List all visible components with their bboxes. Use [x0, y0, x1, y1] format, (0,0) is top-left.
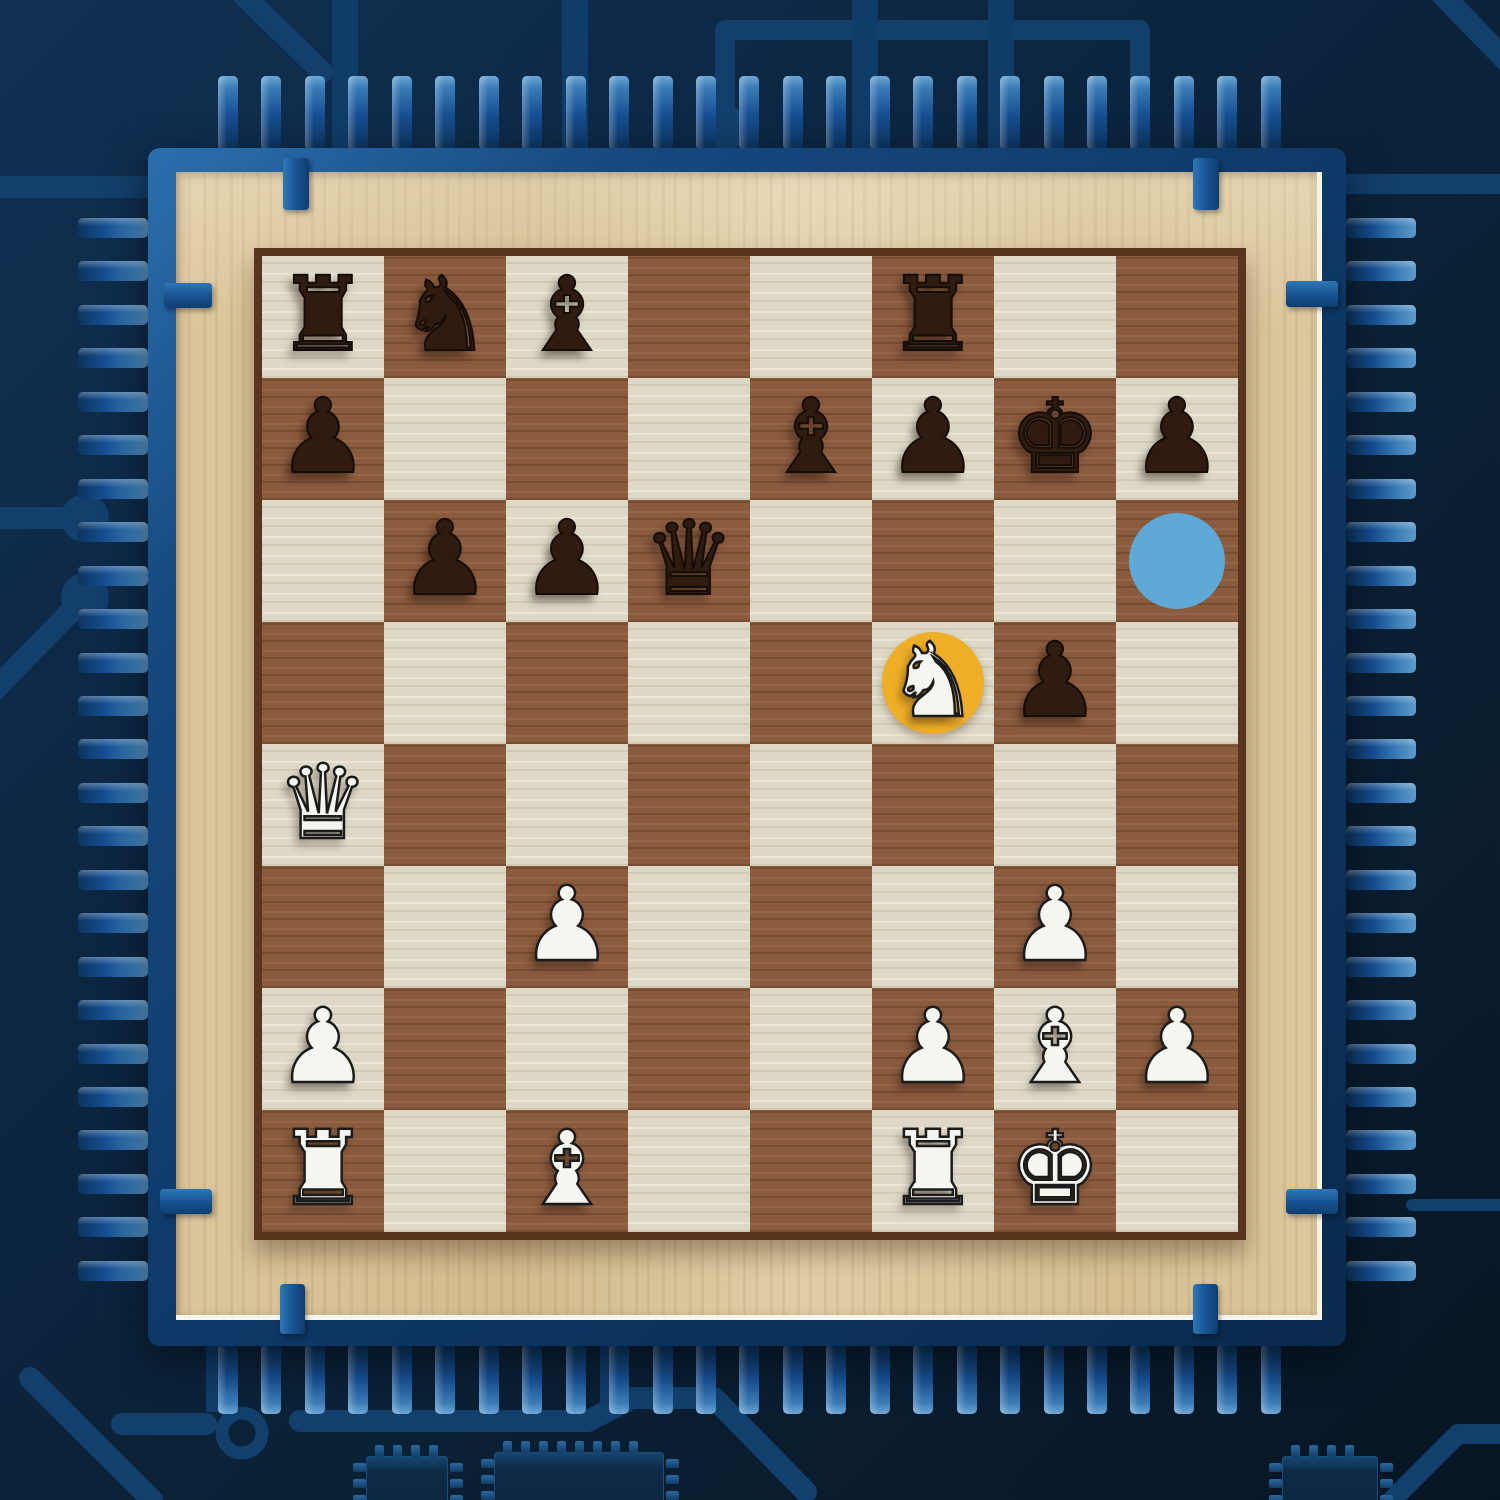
- square-f7[interactable]: ♟: [872, 378, 994, 500]
- black-rook-a8[interactable]: ♜: [262, 253, 384, 375]
- chip-pin: [1346, 913, 1416, 933]
- square-c5[interactable]: [506, 622, 628, 744]
- chip-clip-bottom-right: [1193, 1284, 1218, 1334]
- square-a8[interactable]: ♜: [262, 256, 384, 378]
- chip-clip-left-top: [164, 283, 212, 308]
- chip-pin: [1346, 348, 1416, 368]
- white-rook-a1[interactable]: ♜: [262, 1107, 384, 1229]
- chip-pin: [1346, 696, 1416, 716]
- chip-pin: [78, 653, 148, 673]
- square-a2[interactable]: ♟: [262, 988, 384, 1110]
- ic-pin: [521, 1441, 530, 1453]
- chip-pin: [1346, 957, 1416, 977]
- square-a6[interactable]: [262, 500, 384, 622]
- square-c7[interactable]: [506, 378, 628, 500]
- chip-pin: [913, 1344, 933, 1414]
- square-h8[interactable]: [1116, 256, 1238, 378]
- ic-pin: [450, 1463, 463, 1472]
- ic-pin: [539, 1441, 548, 1453]
- white-bishop-g2[interactable]: ♝: [994, 985, 1116, 1107]
- chip-pin: [78, 1174, 148, 1194]
- square-b5[interactable]: [384, 622, 506, 744]
- ic-pin: [593, 1441, 602, 1453]
- square-h2[interactable]: ♟: [1116, 988, 1238, 1110]
- chip-pin: [78, 696, 148, 716]
- chip-pin: [218, 76, 238, 150]
- chip-pin: [78, 1217, 148, 1237]
- square-g6[interactable]: [994, 500, 1116, 622]
- black-pawn-g5[interactable]: ♟: [994, 619, 1116, 741]
- chip-pin: [653, 1344, 673, 1414]
- chip-pin: [305, 1344, 325, 1414]
- chip-pin: [870, 76, 890, 150]
- white-knight-f5[interactable]: ♞: [872, 619, 994, 741]
- square-a1[interactable]: ♜: [262, 1110, 384, 1232]
- ic-pin: [575, 1441, 584, 1453]
- chip-pin: [78, 1261, 148, 1281]
- chip-pin: [739, 76, 759, 150]
- square-f6[interactable]: [872, 500, 994, 622]
- chip-pin: [261, 76, 281, 150]
- ic-pin: [666, 1491, 679, 1500]
- chip-pin: [78, 1044, 148, 1064]
- chip-pin: [913, 76, 933, 150]
- ic-pin: [1269, 1479, 1282, 1488]
- chip-pin: [1174, 1344, 1194, 1414]
- black-pawn-f7[interactable]: ♟: [872, 375, 994, 497]
- square-h7[interactable]: ♟: [1116, 378, 1238, 500]
- chip-pin: [435, 76, 455, 150]
- square-h5[interactable]: [1116, 622, 1238, 744]
- ic-pin: [1327, 1445, 1336, 1457]
- chip-pin: [1261, 1344, 1281, 1414]
- square-h6[interactable]: [1116, 500, 1238, 622]
- chip-pin: [1346, 739, 1416, 759]
- ic-pin: [481, 1459, 494, 1468]
- square-c6[interactable]: ♟: [506, 500, 628, 622]
- square-a3[interactable]: [262, 866, 384, 988]
- square-f5[interactable]: ♞: [872, 622, 994, 744]
- chip-pin: [78, 522, 148, 542]
- chip-pin: [78, 392, 148, 412]
- chip-pin: [826, 76, 846, 150]
- chip-pin: [1346, 305, 1416, 325]
- square-f2[interactable]: ♟: [872, 988, 994, 1110]
- square-g8[interactable]: [994, 256, 1116, 378]
- ic-pin: [1269, 1495, 1282, 1500]
- white-pawn-c3[interactable]: ♟: [506, 863, 628, 985]
- chip-clip-right-bottom: [1286, 1189, 1338, 1214]
- chip-pin: [1000, 76, 1020, 150]
- chip-pin: [78, 609, 148, 629]
- square-c1[interactable]: ♝: [506, 1110, 628, 1232]
- chip-pin: [1346, 1217, 1416, 1237]
- ic-pin: [353, 1495, 366, 1500]
- ic-pin: [1269, 1463, 1282, 1472]
- chip-pin: [522, 1344, 542, 1414]
- square-g2[interactable]: ♝: [994, 988, 1116, 1110]
- chip-pin: [609, 76, 629, 150]
- chip-clip-top-left: [283, 158, 309, 210]
- white-king-g1[interactable]: ♚: [994, 1107, 1116, 1229]
- chip-pin: [522, 76, 542, 150]
- square-e4[interactable]: [750, 744, 872, 866]
- ic-pin: [557, 1441, 566, 1453]
- chip-pin: [1130, 1344, 1150, 1414]
- square-e5[interactable]: [750, 622, 872, 744]
- chess-board-border: ♜♞♝♜♟♝♟♚♟♟♟♛♞♟♛♟♟♟♟♝♟♜♝♜♚: [254, 248, 1246, 1240]
- chip-pin: [1346, 870, 1416, 890]
- chip-pin: [305, 76, 325, 150]
- square-a5[interactable]: [262, 622, 384, 744]
- square-b7[interactable]: [384, 378, 506, 500]
- chip-pin: [870, 1344, 890, 1414]
- black-pawn-a7[interactable]: ♟: [262, 375, 384, 497]
- square-c8[interactable]: ♝: [506, 256, 628, 378]
- black-queen-d6[interactable]: ♛: [628, 497, 750, 619]
- chip-pin: [1346, 1174, 1416, 1194]
- ic-pin: [629, 1441, 638, 1453]
- ic-pin: [481, 1491, 494, 1500]
- white-queen-a4[interactable]: ♛: [262, 741, 384, 863]
- square-f8[interactable]: ♜: [872, 256, 994, 378]
- chip-pin: [78, 261, 148, 281]
- chip-pin: [1346, 1261, 1416, 1281]
- chip-pin: [261, 1344, 281, 1414]
- chip-pin: [1346, 522, 1416, 542]
- square-g4[interactable]: [994, 744, 1116, 866]
- chip-pin: [696, 1344, 716, 1414]
- chip-pin: [218, 1344, 238, 1414]
- black-pawn-b6[interactable]: ♟: [384, 497, 506, 619]
- square-d2[interactable]: [628, 988, 750, 1110]
- square-f3[interactable]: [872, 866, 994, 988]
- chip-pin: [78, 913, 148, 933]
- chip-pin: [739, 1344, 759, 1414]
- square-h1[interactable]: [1116, 1110, 1238, 1232]
- square-a4[interactable]: ♛: [262, 744, 384, 866]
- square-b3[interactable]: [384, 866, 506, 988]
- ic-pin: [353, 1479, 366, 1488]
- chip-clip-left-bottom: [160, 1189, 212, 1214]
- square-e6[interactable]: [750, 500, 872, 622]
- ic-pin: [1345, 1445, 1354, 1457]
- square-b1[interactable]: [384, 1110, 506, 1232]
- square-g1[interactable]: ♚: [994, 1110, 1116, 1232]
- chip-pin: [609, 1344, 629, 1414]
- chip-pin: [1217, 1344, 1237, 1414]
- square-f1[interactable]: ♜: [872, 1110, 994, 1232]
- square-d1[interactable]: [628, 1110, 750, 1232]
- chip-pin: [479, 1344, 499, 1414]
- ic-chip-small-3: [1282, 1456, 1378, 1500]
- ic-pin: [666, 1475, 679, 1484]
- chip-pin: [1346, 261, 1416, 281]
- square-d5[interactable]: [628, 622, 750, 744]
- chip-pin: [1346, 783, 1416, 803]
- square-e2[interactable]: [750, 988, 872, 1110]
- chip-pin: [1130, 76, 1150, 150]
- square-e7[interactable]: ♝: [750, 378, 872, 500]
- chip-pin: [1044, 1344, 1064, 1414]
- square-c4[interactable]: [506, 744, 628, 866]
- black-rook-f8[interactable]: ♜: [872, 253, 994, 375]
- chip-pin: [348, 76, 368, 150]
- ic-pin: [375, 1445, 384, 1457]
- chip-pin: [78, 218, 148, 238]
- ic-pin: [1380, 1495, 1393, 1500]
- square-c2[interactable]: [506, 988, 628, 1110]
- chip-pin: [78, 957, 148, 977]
- chip-clip-right-top: [1286, 281, 1338, 307]
- square-g3[interactable]: ♟: [994, 866, 1116, 988]
- chip-pin: [1000, 1344, 1020, 1414]
- chip-pin: [957, 1344, 977, 1414]
- white-pawn-g3[interactable]: ♟: [994, 863, 1116, 985]
- chip-pin: [1087, 76, 1107, 150]
- chip-pin: [653, 76, 673, 150]
- ic-pin: [611, 1441, 620, 1453]
- ic-pin: [393, 1445, 402, 1457]
- chip-pin: [78, 1000, 148, 1020]
- square-e3[interactable]: [750, 866, 872, 988]
- chip-clip-bottom-left: [280, 1284, 305, 1334]
- chip-pin: [78, 305, 148, 325]
- square-d3[interactable]: [628, 866, 750, 988]
- square-b4[interactable]: [384, 744, 506, 866]
- square-d6[interactable]: ♛: [628, 500, 750, 622]
- chip-pin: [348, 1344, 368, 1414]
- chip-pin: [1346, 1087, 1416, 1107]
- square-b6[interactable]: ♟: [384, 500, 506, 622]
- square-h4[interactable]: [1116, 744, 1238, 866]
- chip-pin: [783, 76, 803, 150]
- chip-pin: [1346, 218, 1416, 238]
- chip-pin: [1346, 609, 1416, 629]
- chip-pin: [78, 1087, 148, 1107]
- white-pawn-h2[interactable]: ♟: [1116, 985, 1238, 1107]
- ic-pin: [503, 1441, 512, 1453]
- chip-pin: [783, 1344, 803, 1414]
- ic-pin: [450, 1495, 463, 1500]
- ic-pin: [666, 1459, 679, 1468]
- chip-pin: [1087, 1344, 1107, 1414]
- ic-pin: [1380, 1463, 1393, 1472]
- move-hint-marker[interactable]: [1129, 513, 1225, 609]
- chip-pin: [1346, 826, 1416, 846]
- chip-pin: [78, 435, 148, 455]
- square-d4[interactable]: [628, 744, 750, 866]
- ic-chip-small-2: [494, 1452, 664, 1500]
- square-g5[interactable]: ♟: [994, 622, 1116, 744]
- black-bishop-c8[interactable]: ♝: [506, 253, 628, 375]
- chip-pin: [1346, 1000, 1416, 1020]
- white-rook-f1[interactable]: ♜: [872, 1107, 994, 1229]
- ic-pin: [1380, 1479, 1393, 1488]
- chip-pin: [78, 566, 148, 586]
- ic-pin: [1309, 1445, 1318, 1457]
- square-e1[interactable]: [750, 1110, 872, 1232]
- square-d7[interactable]: [628, 378, 750, 500]
- chip-pin: [78, 348, 148, 368]
- chip-pin: [1346, 1044, 1416, 1064]
- chip-clip-top-right: [1193, 158, 1219, 210]
- chip-pin: [78, 870, 148, 890]
- chip-pin: [78, 479, 148, 499]
- square-a7[interactable]: ♟: [262, 378, 384, 500]
- chip-pin: [566, 76, 586, 150]
- ic-chip-small-1: [366, 1456, 448, 1500]
- chip-pin: [78, 1130, 148, 1150]
- white-pawn-f2[interactable]: ♟: [872, 985, 994, 1107]
- chip-pin: [957, 76, 977, 150]
- black-knight-b8[interactable]: ♞: [384, 253, 506, 375]
- chip-pin: [78, 783, 148, 803]
- chip-pin: [1346, 479, 1416, 499]
- chip-pin: [392, 1344, 412, 1414]
- black-bishop-e7[interactable]: ♝: [750, 375, 872, 497]
- chip-pin: [826, 1344, 846, 1414]
- chess-app-scene: ♜♞♝♜♟♝♟♚♟♟♟♛♞♟♛♟♟♟♟♝♟♜♝♜♚: [0, 0, 1500, 1500]
- chip-pin: [392, 76, 412, 150]
- black-pawn-c6[interactable]: ♟: [506, 497, 628, 619]
- ic-pin: [411, 1445, 420, 1457]
- chip-pin: [696, 76, 716, 150]
- chip-pin: [1261, 76, 1281, 150]
- white-pawn-a2[interactable]: ♟: [262, 985, 384, 1107]
- ic-pin: [429, 1445, 438, 1457]
- square-g7[interactable]: ♚: [994, 378, 1116, 500]
- chip-pin: [1346, 566, 1416, 586]
- chip-pin: [435, 1344, 455, 1414]
- chip-pin: [1044, 76, 1064, 150]
- chip-pin: [566, 1344, 586, 1414]
- chip-pin: [1346, 1130, 1416, 1150]
- chip-pin: [1346, 653, 1416, 673]
- square-e8[interactable]: [750, 256, 872, 378]
- square-b8[interactable]: ♞: [384, 256, 506, 378]
- square-d8[interactable]: [628, 256, 750, 378]
- chess-board[interactable]: ♜♞♝♜♟♝♟♚♟♟♟♛♞♟♛♟♟♟♟♝♟♜♝♜♚: [262, 256, 1238, 1232]
- ic-pin: [353, 1463, 366, 1472]
- chip-pin: [479, 76, 499, 150]
- square-f4[interactable]: [872, 744, 994, 866]
- ic-pin: [450, 1479, 463, 1488]
- chip-pin: [78, 826, 148, 846]
- chip-pin: [78, 739, 148, 759]
- black-king-g7[interactable]: ♚: [994, 375, 1116, 497]
- chip-pin: [1217, 76, 1237, 150]
- black-pawn-h7[interactable]: ♟: [1116, 375, 1238, 497]
- ic-pin: [481, 1475, 494, 1484]
- chip-pin: [1346, 435, 1416, 455]
- ic-pin: [1291, 1445, 1300, 1457]
- white-bishop-c1[interactable]: ♝: [506, 1107, 628, 1229]
- chip-pin: [1174, 76, 1194, 150]
- square-c3[interactable]: ♟: [506, 866, 628, 988]
- square-h3[interactable]: [1116, 866, 1238, 988]
- square-b2[interactable]: [384, 988, 506, 1110]
- chip-pin: [1346, 392, 1416, 412]
